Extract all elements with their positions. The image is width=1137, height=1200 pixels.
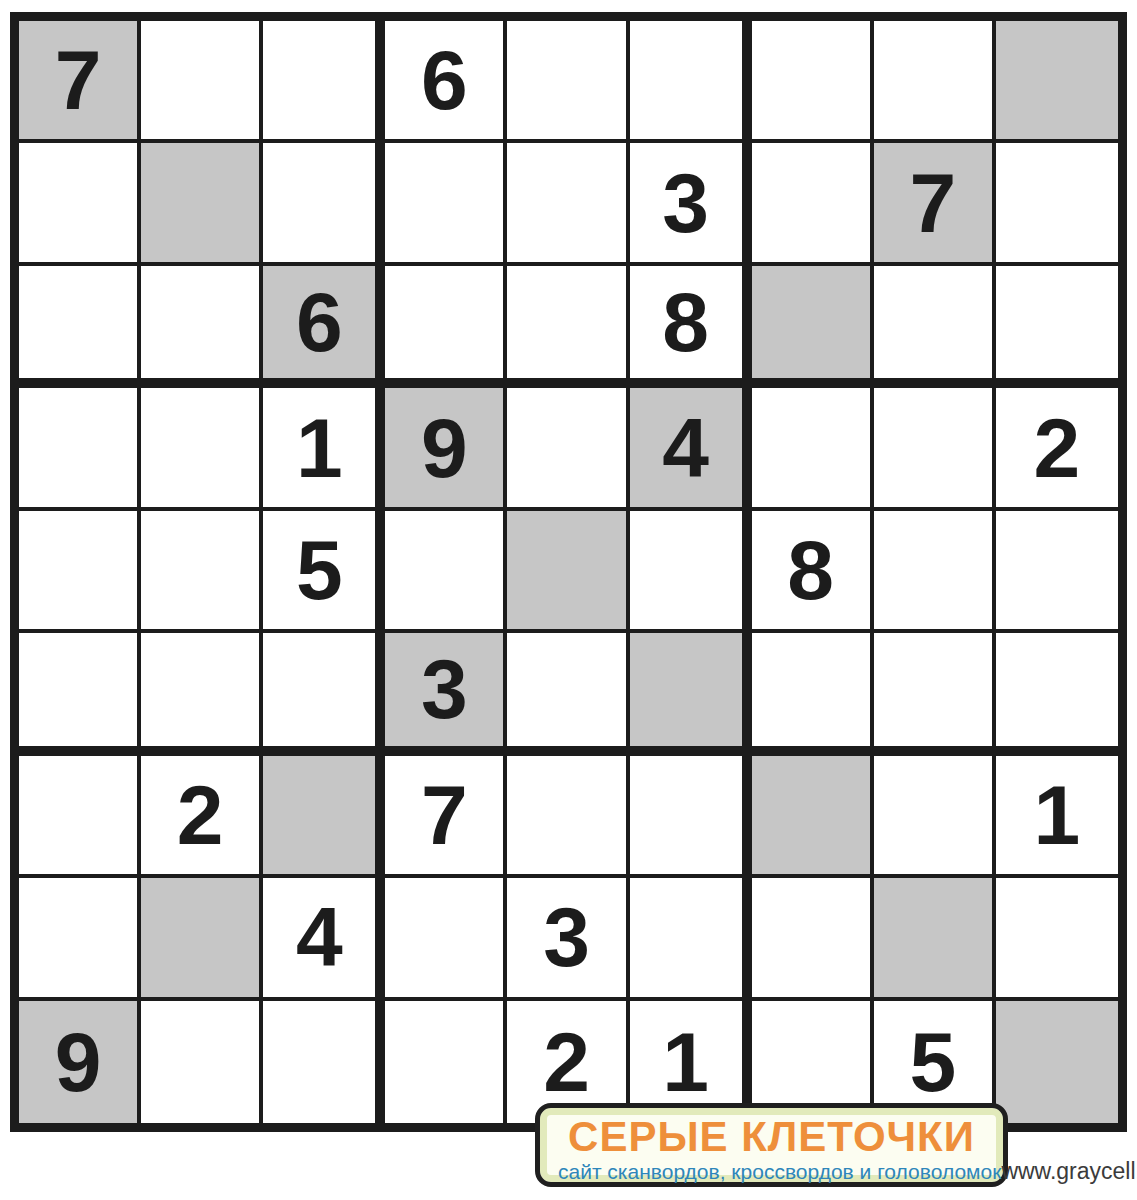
sudoku-cell-r2c9[interactable] (996, 143, 1118, 265)
sudoku-cell-r6c5[interactable] (507, 633, 629, 755)
sudoku-cell-r7c7[interactable] (752, 756, 874, 878)
site-url[interactable]: www.graycell.ru (1001, 1158, 1137, 1185)
sudoku-cell-r8c4[interactable] (385, 878, 507, 1000)
sudoku-cell-r9c2[interactable] (141, 1001, 263, 1123)
sudoku-cell-r1c8[interactable] (874, 21, 996, 143)
sudoku-cell-r2c8[interactable]: 7 (874, 143, 996, 265)
sudoku-cell-r5c2[interactable] (141, 511, 263, 633)
sudoku-cell-r8c3[interactable]: 4 (263, 878, 385, 1000)
sudoku-cell-r7c1[interactable] (19, 756, 141, 878)
sudoku-cell-r9c3[interactable] (263, 1001, 385, 1123)
sudoku-cell-r6c1[interactable] (19, 633, 141, 755)
sudoku-cell-r3c8[interactable] (874, 266, 996, 388)
sudoku-cell-r7c8[interactable] (874, 756, 996, 878)
sudoku-cell-r6c7[interactable] (752, 633, 874, 755)
sudoku-cell-r2c7[interactable] (752, 143, 874, 265)
sudoku-cell-r7c6[interactable] (630, 756, 752, 878)
sudoku-cell-r6c4[interactable]: 3 (385, 633, 507, 755)
sudoku-cell-r5c3[interactable]: 5 (263, 511, 385, 633)
site-tagline: сайт сканвордов, кроссвордов и головолом… (558, 1160, 1001, 1184)
sudoku-cell-r3c2[interactable] (141, 266, 263, 388)
sudoku-cell-r4c1[interactable] (19, 388, 141, 510)
sudoku-cell-r2c1[interactable] (19, 143, 141, 265)
sudoku-cell-r2c5[interactable] (507, 143, 629, 265)
sudoku-cell-r7c4[interactable]: 7 (385, 756, 507, 878)
sudoku-cell-r8c8[interactable] (874, 878, 996, 1000)
sudoku-cell-r3c1[interactable] (19, 266, 141, 388)
sudoku-cell-r2c2[interactable] (141, 143, 263, 265)
sudoku-cell-r6c9[interactable] (996, 633, 1118, 755)
site-logo-subrow: сайт сканвордов, кроссвордов и головолом… (558, 1158, 985, 1185)
sudoku-cell-r4c2[interactable] (141, 388, 263, 510)
sudoku-cell-r4c8[interactable] (874, 388, 996, 510)
sudoku-cell-r1c7[interactable] (752, 21, 874, 143)
sudoku-cell-r3c7[interactable] (752, 266, 874, 388)
sudoku-cell-r3c3[interactable]: 6 (263, 266, 385, 388)
sudoku-cell-r8c6[interactable] (630, 878, 752, 1000)
sudoku-cell-r9c1[interactable]: 9 (19, 1001, 141, 1123)
sudoku-cell-r7c5[interactable] (507, 756, 629, 878)
sudoku-cell-r5c4[interactable] (385, 511, 507, 633)
sudoku-cell-r8c9[interactable] (996, 878, 1118, 1000)
sudoku-cell-r4c3[interactable]: 1 (263, 388, 385, 510)
sudoku-cell-r9c4[interactable] (385, 1001, 507, 1123)
sudoku-cell-r5c5[interactable] (507, 511, 629, 633)
sudoku-cell-r7c9[interactable]: 1 (996, 756, 1118, 878)
sudoku-cell-r7c3[interactable] (263, 756, 385, 878)
sudoku-cell-r4c9[interactable]: 2 (996, 388, 1118, 510)
sudoku-cell-r8c1[interactable] (19, 878, 141, 1000)
sudoku-cell-r1c3[interactable] (263, 21, 385, 143)
sudoku-cell-r5c7[interactable]: 8 (752, 511, 874, 633)
sudoku-cell-r4c6[interactable]: 4 (630, 388, 752, 510)
page: 7637681942583271439215 СЕРЫЕ КЛЕТОЧКИ са… (0, 0, 1137, 1200)
sudoku-cell-r6c8[interactable] (874, 633, 996, 755)
sudoku-cell-r3c4[interactable] (385, 266, 507, 388)
sudoku-cell-r8c7[interactable] (752, 878, 874, 1000)
sudoku-cell-r1c6[interactable] (630, 21, 752, 143)
sudoku-cell-r6c2[interactable] (141, 633, 263, 755)
sudoku-cell-r1c9[interactable] (996, 21, 1118, 143)
sudoku-cell-r2c6[interactable]: 3 (630, 143, 752, 265)
sudoku-cell-r9c9[interactable] (996, 1001, 1118, 1123)
sudoku-board: 7637681942583271439215 (10, 12, 1127, 1132)
sudoku-cell-r4c4[interactable]: 9 (385, 388, 507, 510)
sudoku-cell-r1c1[interactable]: 7 (19, 21, 141, 143)
sudoku-cell-r5c6[interactable] (630, 511, 752, 633)
sudoku-cell-r1c5[interactable] (507, 21, 629, 143)
sudoku-cell-r3c5[interactable] (507, 266, 629, 388)
sudoku-cell-r3c9[interactable] (996, 266, 1118, 388)
sudoku-cell-r2c3[interactable] (263, 143, 385, 265)
sudoku-cell-r2c4[interactable] (385, 143, 507, 265)
sudoku-cell-r7c2[interactable]: 2 (141, 756, 263, 878)
sudoku-cell-r6c3[interactable] (263, 633, 385, 755)
sudoku-cell-r5c1[interactable] (19, 511, 141, 633)
sudoku-cell-r5c9[interactable] (996, 511, 1118, 633)
sudoku-cell-r4c5[interactable] (507, 388, 629, 510)
sudoku-cell-r6c6[interactable] (630, 633, 752, 755)
sudoku-cell-r3c6[interactable]: 8 (630, 266, 752, 388)
sudoku-cell-r1c4[interactable]: 6 (385, 21, 507, 143)
sudoku-cell-r8c2[interactable] (141, 878, 263, 1000)
sudoku-cell-r8c5[interactable]: 3 (507, 878, 629, 1000)
graycell-logo-badge: СЕРЫЕ КЛЕТОЧКИ сайт сканвордов, кроссвор… (535, 1103, 1008, 1187)
sudoku-cell-r5c8[interactable] (874, 511, 996, 633)
site-logo-title: СЕРЫЕ КЛЕТОЧКИ (558, 1116, 985, 1158)
sudoku-cell-r4c7[interactable] (752, 388, 874, 510)
sudoku-cell-r1c2[interactable] (141, 21, 263, 143)
